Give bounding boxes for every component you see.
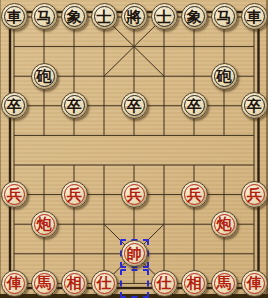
board-point-a3[interactable]: 兵 <box>0 180 29 210</box>
piece-red-soldier[interactable]: 兵 <box>121 181 148 208</box>
piece-red-chariot[interactable]: 俥 <box>241 270 268 297</box>
board-point-b5[interactable] <box>29 121 59 151</box>
piece-black-soldier[interactable]: 卒 <box>121 92 148 119</box>
piece-glyph: 炮 <box>34 214 55 235</box>
board-point-g1[interactable] <box>179 239 209 269</box>
board-point-b7[interactable]: 砲 <box>29 61 59 91</box>
board-point-i2[interactable] <box>239 209 268 239</box>
piece-glyph: 象 <box>64 6 85 27</box>
board-point-f4[interactable] <box>149 150 179 180</box>
board-point-e1[interactable]: 帥 <box>119 239 149 269</box>
board-point-d6[interactable] <box>89 91 119 121</box>
board-point-a2[interactable] <box>0 209 29 239</box>
board-point-h6[interactable] <box>209 91 239 121</box>
piece-black-horse[interactable]: 马 <box>211 3 238 30</box>
board-point-c8[interactable] <box>59 32 89 62</box>
board-point-b3[interactable] <box>29 180 59 210</box>
piece-glyph: 马 <box>214 6 235 27</box>
board-point-e8[interactable] <box>119 32 149 62</box>
board-point-d9[interactable]: 士 <box>89 2 119 32</box>
board-point-f3[interactable] <box>149 180 179 210</box>
piece-red-elephant[interactable]: 相 <box>181 270 208 297</box>
board-point-c2[interactable] <box>59 209 89 239</box>
board-point-g0[interactable]: 相 <box>179 269 209 298</box>
board-point-d0[interactable]: 仕 <box>89 269 119 298</box>
piece-red-soldier[interactable]: 兵 <box>241 181 268 208</box>
board-point-h8[interactable] <box>209 32 239 62</box>
board-point-a0[interactable]: 俥 <box>0 269 29 298</box>
piece-black-advisor[interactable]: 士 <box>91 3 118 30</box>
board-point-g9[interactable]: 象 <box>179 2 209 32</box>
board-point-b1[interactable] <box>29 239 59 269</box>
piece-glyph: 卒 <box>124 95 145 116</box>
board-point-a6[interactable]: 卒 <box>0 91 29 121</box>
piece-glyph: 兵 <box>244 184 265 205</box>
board-point-c7[interactable] <box>59 61 89 91</box>
piece-red-cannon[interactable]: 炮 <box>31 211 58 238</box>
piece-glyph: 兵 <box>4 184 25 205</box>
board-point-h0[interactable]: 馬 <box>209 269 239 298</box>
board-point-b0[interactable]: 馬 <box>29 269 59 298</box>
board-point-d7[interactable] <box>89 61 119 91</box>
piece-glyph: 相 <box>184 273 205 294</box>
piece-glyph: 砲 <box>34 66 55 87</box>
piece-glyph: 仕 <box>94 273 115 294</box>
piece-red-cannon[interactable]: 炮 <box>211 211 238 238</box>
piece-red-horse[interactable]: 馬 <box>211 270 238 297</box>
board-point-d8[interactable] <box>89 32 119 62</box>
board-point-h1[interactable] <box>209 239 239 269</box>
piece-red-elephant[interactable]: 相 <box>61 270 88 297</box>
piece-black-soldier[interactable]: 卒 <box>61 92 88 119</box>
piece-black-soldier[interactable]: 卒 <box>241 92 268 119</box>
board-point-b2[interactable]: 炮 <box>29 209 59 239</box>
board-point-f2[interactable] <box>149 209 179 239</box>
piece-black-soldier[interactable]: 卒 <box>1 92 28 119</box>
board-point-i7[interactable] <box>239 61 268 91</box>
piece-red-advisor[interactable]: 仕 <box>91 270 118 297</box>
piece-red-horse[interactable]: 馬 <box>31 270 58 297</box>
board-point-b8[interactable] <box>29 32 59 62</box>
board-point-f0[interactable]: 仕 <box>149 269 179 298</box>
piece-red-chariot[interactable]: 俥 <box>1 270 28 297</box>
board-point-a9[interactable]: 車 <box>0 2 29 32</box>
board-point-i1[interactable] <box>239 239 268 269</box>
board-point-h4[interactable] <box>209 150 239 180</box>
board-point-d4[interactable] <box>89 150 119 180</box>
piece-glyph: 仕 <box>154 273 175 294</box>
board-point-c0[interactable]: 相 <box>59 269 89 298</box>
board-point-f7[interactable] <box>149 61 179 91</box>
piece-glyph: 卒 <box>64 95 85 116</box>
board-point-g6[interactable]: 卒 <box>179 91 209 121</box>
board-point-c4[interactable] <box>59 150 89 180</box>
board-point-e3[interactable]: 兵 <box>119 180 149 210</box>
board-point-a8[interactable] <box>0 32 29 62</box>
board-point-i8[interactable] <box>239 32 268 62</box>
board-point-e0[interactable] <box>119 269 149 298</box>
piece-black-elephant[interactable]: 象 <box>61 3 88 30</box>
piece-glyph: 卒 <box>184 95 205 116</box>
board-point-g8[interactable] <box>179 32 209 62</box>
piece-glyph: 兵 <box>124 184 145 205</box>
board-point-a1[interactable] <box>0 239 29 269</box>
piece-black-chariot[interactable]: 車 <box>241 3 268 30</box>
board-point-b9[interactable]: 马 <box>29 2 59 32</box>
board-point-i0[interactable]: 俥 <box>239 269 268 298</box>
board-point-e4[interactable] <box>119 150 149 180</box>
board-point-f5[interactable] <box>149 121 179 151</box>
piece-red-advisor[interactable]: 仕 <box>151 270 178 297</box>
piece-glyph: 炮 <box>214 214 235 235</box>
board-point-i5[interactable] <box>239 121 268 151</box>
board-point-f9[interactable]: 士 <box>149 2 179 32</box>
board-point-h9[interactable]: 马 <box>209 2 239 32</box>
piece-glyph: 士 <box>154 6 175 27</box>
piece-glyph: 車 <box>244 6 265 27</box>
piece-glyph: 帥 <box>124 243 145 264</box>
xiangqi-board-panel: 車马象士將士象马車砲砲卒卒卒卒卒兵兵兵兵兵炮炮帥俥馬相仕仕相馬俥 <box>0 0 268 298</box>
xiangqi-board: 車马象士將士象马車砲砲卒卒卒卒卒兵兵兵兵兵炮炮帥俥馬相仕仕相馬俥 <box>0 2 268 298</box>
board-point-h3[interactable] <box>209 180 239 210</box>
piece-glyph: 相 <box>64 273 85 294</box>
board-point-g7[interactable] <box>179 61 209 91</box>
board-point-a5[interactable] <box>0 121 29 151</box>
board-point-i9[interactable]: 車 <box>239 2 268 32</box>
piece-black-chariot[interactable]: 車 <box>1 3 28 30</box>
piece-glyph: 象 <box>184 6 205 27</box>
board-point-a7[interactable] <box>0 61 29 91</box>
board-point-f8[interactable] <box>149 32 179 62</box>
board-point-a4[interactable] <box>0 150 29 180</box>
piece-glyph: 車 <box>4 6 25 27</box>
piece-glyph: 兵 <box>184 184 205 205</box>
board-point-c9[interactable]: 象 <box>59 2 89 32</box>
piece-glyph: 砲 <box>214 66 235 87</box>
board-point-c5[interactable] <box>59 121 89 151</box>
piece-glyph: 馬 <box>214 273 235 294</box>
board-point-i4[interactable] <box>239 150 268 180</box>
board-point-c3[interactable]: 兵 <box>59 180 89 210</box>
piece-black-soldier[interactable]: 卒 <box>181 92 208 119</box>
piece-black-cannon[interactable]: 砲 <box>211 63 238 90</box>
board-point-f1[interactable] <box>149 239 179 269</box>
board-point-d3[interactable] <box>89 180 119 210</box>
board-point-b4[interactable] <box>29 150 59 180</box>
piece-black-cannon[interactable]: 砲 <box>31 63 58 90</box>
piece-glyph: 俥 <box>244 273 265 294</box>
piece-black-horse[interactable]: 马 <box>31 3 58 30</box>
piece-black-elephant[interactable]: 象 <box>181 3 208 30</box>
board-point-h2[interactable]: 炮 <box>209 209 239 239</box>
piece-red-soldier[interactable]: 兵 <box>1 181 28 208</box>
board-point-f6[interactable] <box>149 91 179 121</box>
board-point-d1[interactable] <box>89 239 119 269</box>
board-point-g3[interactable]: 兵 <box>179 180 209 210</box>
board-point-c6[interactable]: 卒 <box>59 91 89 121</box>
board-point-g2[interactable] <box>179 209 209 239</box>
piece-glyph: 卒 <box>244 95 265 116</box>
board-point-e7[interactable] <box>119 61 149 91</box>
piece-glyph: 兵 <box>64 184 85 205</box>
board-point-e9[interactable]: 將 <box>119 2 149 32</box>
piece-red-general[interactable]: 帥 <box>121 240 148 267</box>
board-point-e2[interactable] <box>119 209 149 239</box>
piece-black-advisor[interactable]: 士 <box>151 3 178 30</box>
board-point-e6[interactable]: 卒 <box>119 91 149 121</box>
piece-red-soldier[interactable]: 兵 <box>61 181 88 208</box>
piece-glyph: 士 <box>94 6 115 27</box>
piece-glyph: 卒 <box>4 95 25 116</box>
board-point-c1[interactable] <box>59 239 89 269</box>
board-point-i3[interactable]: 兵 <box>239 180 268 210</box>
piece-black-general[interactable]: 將 <box>121 3 148 30</box>
board-point-d2[interactable] <box>89 209 119 239</box>
piece-glyph: 將 <box>124 6 145 27</box>
board-point-e5[interactable] <box>119 121 149 151</box>
piece-glyph: 马 <box>34 6 55 27</box>
board-point-b6[interactable] <box>29 91 59 121</box>
board-point-g5[interactable] <box>179 121 209 151</box>
board-point-h5[interactable] <box>209 121 239 151</box>
board-point-h7[interactable]: 砲 <box>209 61 239 91</box>
piece-glyph: 馬 <box>34 273 55 294</box>
piece-glyph: 俥 <box>4 273 25 294</box>
board-point-d5[interactable] <box>89 121 119 151</box>
board-point-g4[interactable] <box>179 150 209 180</box>
board-point-i6[interactable]: 卒 <box>239 91 268 121</box>
piece-red-soldier[interactable]: 兵 <box>181 181 208 208</box>
